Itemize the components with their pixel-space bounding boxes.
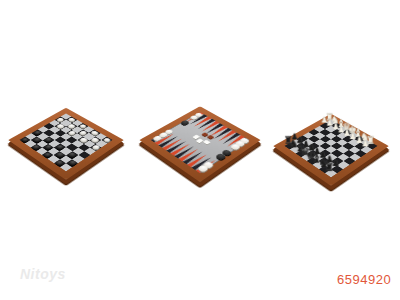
backgammon-point-dark bbox=[191, 156, 213, 171]
backgammon-checker-white bbox=[230, 143, 241, 150]
checkers-board bbox=[25, 99, 107, 181]
backgammon-point-dark bbox=[174, 145, 196, 159]
chess-piece-black-r: ♜ bbox=[322, 159, 337, 174]
backgammon-point-dark bbox=[182, 150, 204, 164]
backgammon-checker-black bbox=[221, 149, 232, 156]
checkers-field bbox=[19, 114, 112, 172]
backgammon-point-red bbox=[195, 159, 217, 174]
backgammon-field bbox=[151, 112, 250, 173]
backgammon-checker-white bbox=[235, 140, 246, 147]
board-square bbox=[60, 163, 73, 171]
die-white bbox=[203, 140, 211, 145]
checkers-board-frame bbox=[8, 108, 124, 180]
chess-board-frame: ♜♞♝♛♚♝♞♜♟♟♟♟♟♟♟♟♟♟♟♟♟♟♟♟♜♞♝♛♚♝♞♜ bbox=[273, 114, 389, 186]
product-photo: ♜♞♝♛♚♝♞♜♟♟♟♟♟♟♟♟♟♟♟♟♟♟♟♟♜♞♝♛♚♝♞♜ Nitoys … bbox=[0, 0, 400, 300]
backgammon-board bbox=[157, 97, 243, 183]
backgammon-checker-white bbox=[197, 165, 209, 173]
backgammon-checker-black bbox=[215, 153, 226, 160]
backgammon-board-frame bbox=[139, 106, 261, 182]
product-code: 6594920 bbox=[337, 272, 391, 287]
chess-board: ♜♞♝♛♚♝♞♜♟♟♟♟♟♟♟♟♟♟♟♟♟♟♟♟♜♞♝♛♚♝♞♜ bbox=[290, 105, 372, 187]
backgammon-point-red bbox=[178, 148, 200, 162]
backgammon-checker-white bbox=[239, 137, 250, 144]
chess-piece-white-p: ♟ bbox=[358, 136, 372, 150]
backgammon-point-red bbox=[170, 142, 192, 156]
die-white bbox=[196, 139, 204, 144]
watermark-logo: Nitoys bbox=[20, 266, 66, 282]
backgammon-point-dark bbox=[166, 140, 188, 153]
backgammon-checker-white bbox=[203, 161, 214, 169]
backgammon-point-red bbox=[187, 153, 209, 167]
